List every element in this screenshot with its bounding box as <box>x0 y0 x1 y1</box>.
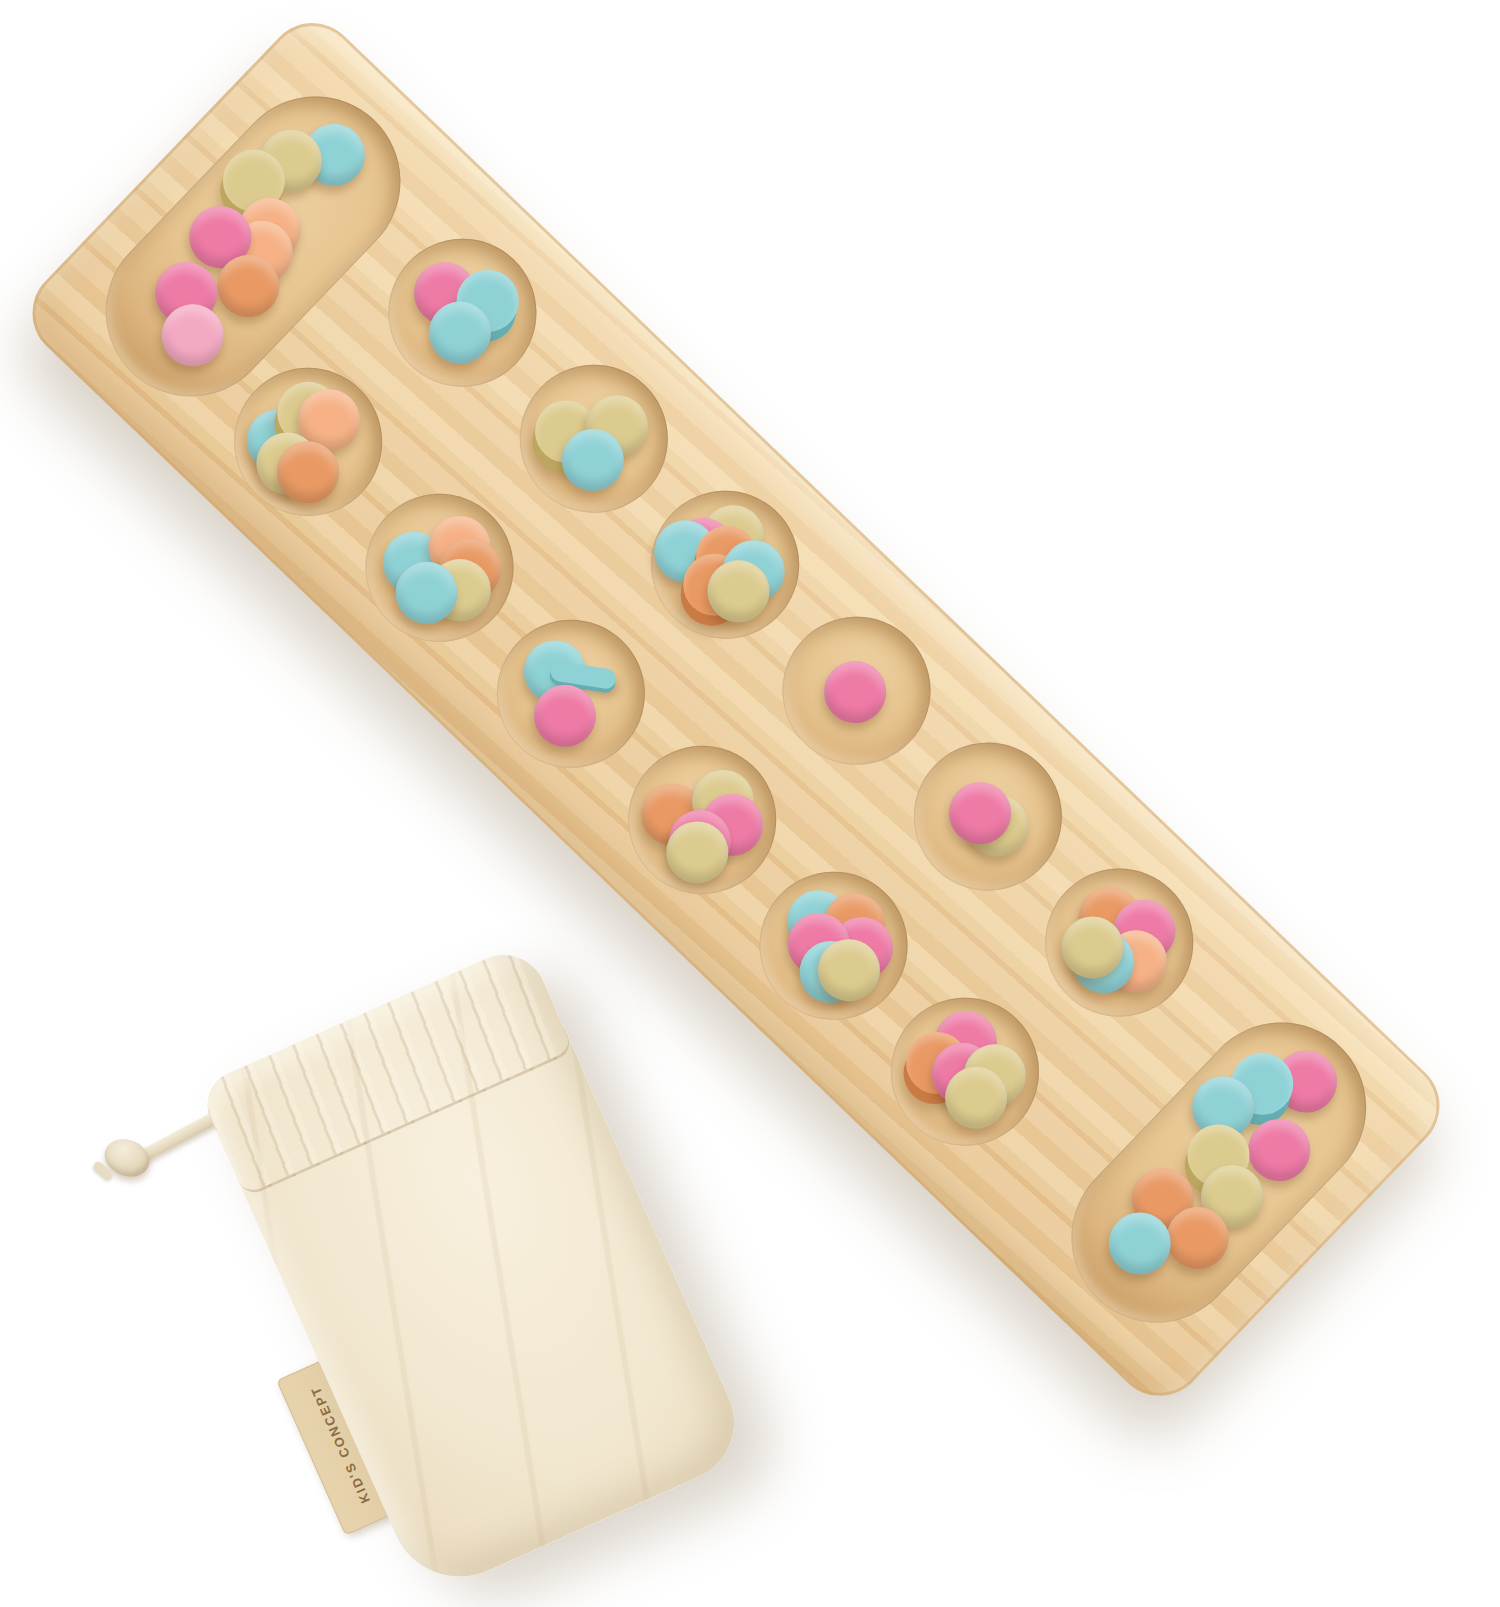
product-photo-scene: KID'S CONCEPT <box>0 0 1500 1607</box>
store-right <box>1036 987 1401 1357</box>
pit-top-5[interactable] <box>883 712 1092 921</box>
pit-top-6[interactable] <box>1015 838 1224 1047</box>
store-left <box>71 61 436 431</box>
pit-bottom-2[interactable] <box>335 463 544 672</box>
pit-top-1[interactable] <box>358 208 567 417</box>
pit-bottom-6[interactable] <box>860 967 1069 1176</box>
pit-top-2[interactable] <box>489 334 698 543</box>
disc-pink <box>811 648 899 736</box>
pit-top-3[interactable] <box>621 460 830 669</box>
cloth-drawstring-bag <box>197 941 754 1599</box>
mancala-board <box>13 4 1458 1415</box>
pit-bottom-4[interactable] <box>598 715 807 924</box>
pit-bottom-5[interactable] <box>729 841 938 1050</box>
pit-bottom-3[interactable] <box>466 589 675 798</box>
pit-top-4[interactable] <box>752 586 961 795</box>
